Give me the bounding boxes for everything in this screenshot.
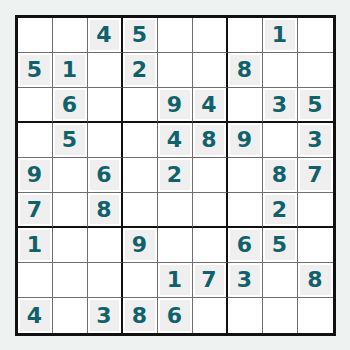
cell-r7c6[interactable] xyxy=(193,228,228,263)
cell-r5c4[interactable] xyxy=(123,158,158,193)
cell-r9c3[interactable]: 3 xyxy=(88,298,123,333)
cell-r8c8[interactable] xyxy=(263,263,298,298)
cell-r6c8[interactable]: 2 xyxy=(263,193,298,228)
cell-r4c4[interactable] xyxy=(123,123,158,158)
cell-r9c1[interactable]: 4 xyxy=(18,298,53,333)
cell-r5c8[interactable]: 8 xyxy=(263,158,298,193)
cell-r8c2[interactable] xyxy=(53,263,88,298)
page: { "game": "sudoku", "board": { "rows": 9… xyxy=(0,0,350,350)
cell-r4c2[interactable]: 5 xyxy=(53,123,88,158)
cell-r3c3[interactable] xyxy=(88,88,123,123)
cell-r9c6[interactable] xyxy=(193,298,228,333)
cell-r5c5[interactable]: 2 xyxy=(158,158,193,193)
cell-r5c6[interactable] xyxy=(193,158,228,193)
cell-r2c4[interactable]: 2 xyxy=(123,53,158,88)
cell-r6c9[interactable] xyxy=(298,193,333,228)
cell-r9c9[interactable] xyxy=(298,298,333,333)
cell-r8c3[interactable] xyxy=(88,263,123,298)
cell-r5c9[interactable]: 7 xyxy=(298,158,333,193)
cell-r2c6[interactable] xyxy=(193,53,228,88)
cell-r4c9[interactable]: 3 xyxy=(298,123,333,158)
cell-r6c6[interactable] xyxy=(193,193,228,228)
cell-r9c2[interactable] xyxy=(53,298,88,333)
cell-r7c2[interactable] xyxy=(53,228,88,263)
cell-r3c4[interactable] xyxy=(123,88,158,123)
cell-r8c4[interactable] xyxy=(123,263,158,298)
cell-r2c7[interactable]: 8 xyxy=(228,53,263,88)
cell-r7c1[interactable]: 1 xyxy=(18,228,53,263)
cell-r1c1[interactable] xyxy=(18,18,53,53)
cell-r5c1[interactable]: 9 xyxy=(18,158,53,193)
cell-r6c2[interactable] xyxy=(53,193,88,228)
cell-r3c1[interactable] xyxy=(18,88,53,123)
cell-r8c9[interactable]: 8 xyxy=(298,263,333,298)
cell-r9c5[interactable]: 6 xyxy=(158,298,193,333)
cell-r4c6[interactable]: 8 xyxy=(193,123,228,158)
cell-r7c8[interactable]: 5 xyxy=(263,228,298,263)
cell-r1c4[interactable]: 5 xyxy=(123,18,158,53)
cell-r7c3[interactable] xyxy=(88,228,123,263)
cell-r7c7[interactable]: 6 xyxy=(228,228,263,263)
cell-r3c6[interactable]: 4 xyxy=(193,88,228,123)
cell-r3c8[interactable]: 3 xyxy=(263,88,298,123)
cell-r4c8[interactable] xyxy=(263,123,298,158)
cell-r6c5[interactable] xyxy=(158,193,193,228)
cell-r9c7[interactable] xyxy=(228,298,263,333)
cell-r1c6[interactable] xyxy=(193,18,228,53)
cell-r3c5[interactable]: 9 xyxy=(158,88,193,123)
cell-r5c7[interactable] xyxy=(228,158,263,193)
cell-r7c9[interactable] xyxy=(298,228,333,263)
cell-r3c2[interactable]: 6 xyxy=(53,88,88,123)
cell-r6c3[interactable]: 8 xyxy=(88,193,123,228)
cell-r8c1[interactable] xyxy=(18,263,53,298)
cell-r4c1[interactable] xyxy=(18,123,53,158)
cell-r6c1[interactable]: 7 xyxy=(18,193,53,228)
cell-r1c3[interactable]: 4 xyxy=(88,18,123,53)
cell-r8c5[interactable]: 1 xyxy=(158,263,193,298)
cell-r9c8[interactable] xyxy=(263,298,298,333)
sudoku-board: 4515128694355489396287782196517384386 xyxy=(15,15,336,336)
cell-r2c5[interactable] xyxy=(158,53,193,88)
cell-r6c4[interactable] xyxy=(123,193,158,228)
cell-r2c9[interactable] xyxy=(298,53,333,88)
cell-r4c3[interactable] xyxy=(88,123,123,158)
cell-r8c6[interactable]: 7 xyxy=(193,263,228,298)
cell-r9c4[interactable]: 8 xyxy=(123,298,158,333)
cell-r8c7[interactable]: 3 xyxy=(228,263,263,298)
cell-r5c2[interactable] xyxy=(53,158,88,193)
cell-r6c7[interactable] xyxy=(228,193,263,228)
cell-r4c5[interactable]: 4 xyxy=(158,123,193,158)
cell-r2c3[interactable] xyxy=(88,53,123,88)
cell-r3c7[interactable] xyxy=(228,88,263,123)
cell-r2c8[interactable] xyxy=(263,53,298,88)
cell-r4c7[interactable]: 9 xyxy=(228,123,263,158)
cell-r3c9[interactable]: 5 xyxy=(298,88,333,123)
cell-r1c9[interactable] xyxy=(298,18,333,53)
cell-r2c2[interactable]: 1 xyxy=(53,53,88,88)
cell-r1c8[interactable]: 1 xyxy=(263,18,298,53)
cell-r1c7[interactable] xyxy=(228,18,263,53)
cell-r2c1[interactable]: 5 xyxy=(18,53,53,88)
cell-r5c3[interactable]: 6 xyxy=(88,158,123,193)
board-wrapper: 4515128694355489396287782196517384386 xyxy=(0,0,350,350)
cell-r7c4[interactable]: 9 xyxy=(123,228,158,263)
cell-r1c2[interactable] xyxy=(53,18,88,53)
cell-r7c5[interactable] xyxy=(158,228,193,263)
cell-r1c5[interactable] xyxy=(158,18,193,53)
